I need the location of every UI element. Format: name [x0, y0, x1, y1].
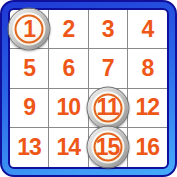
- cell-4[interactable]: 4: [128, 10, 167, 49]
- cell-2[interactable]: 2: [49, 10, 88, 49]
- cell-number: 12: [136, 94, 160, 121]
- board-frame: 1 2 3 4 5 6 7 8 9 10: [0, 0, 177, 177]
- cell-number: 9: [23, 94, 35, 121]
- cell-10[interactable]: 10: [49, 89, 88, 128]
- cell-number: 2: [62, 16, 74, 43]
- cell-15[interactable]: 15: [89, 128, 128, 167]
- cell-7[interactable]: 7: [89, 49, 128, 88]
- cell-16[interactable]: 16: [128, 128, 167, 167]
- cell-number: 4: [141, 16, 153, 43]
- cell-12[interactable]: 12: [128, 89, 167, 128]
- cell-number: 13: [17, 134, 41, 161]
- cell-6[interactable]: 6: [49, 49, 88, 88]
- cell-number: 5: [23, 55, 35, 82]
- cell-14[interactable]: 14: [49, 128, 88, 167]
- cell-1[interactable]: 1: [10, 10, 49, 49]
- cell-9[interactable]: 9: [10, 89, 49, 128]
- cell-number: 7: [102, 55, 114, 82]
- cell-8[interactable]: 8: [128, 49, 167, 88]
- cell-number: 8: [141, 55, 153, 82]
- bingo-grid: 1 2 3 4 5 6 7 8 9 10: [8, 8, 169, 169]
- cell-number: 1: [23, 16, 35, 43]
- cell-13[interactable]: 13: [10, 128, 49, 167]
- cell-11[interactable]: 11: [89, 89, 128, 128]
- cell-5[interactable]: 5: [10, 49, 49, 88]
- cell-number: 14: [57, 134, 81, 161]
- cell-number: 6: [62, 55, 74, 82]
- cell-number: 15: [96, 134, 120, 161]
- cell-number: 10: [57, 94, 81, 121]
- cell-number: 16: [136, 134, 160, 161]
- cell-3[interactable]: 3: [89, 10, 128, 49]
- cell-number: 11: [96, 94, 118, 121]
- cell-number: 3: [102, 16, 114, 43]
